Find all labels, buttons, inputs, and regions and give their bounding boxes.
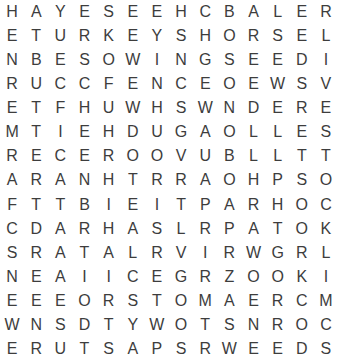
letter-cell[interactable]: E bbox=[241, 337, 265, 361]
letter-cell[interactable]: A bbox=[241, 217, 265, 241]
letter-cell[interactable]: R bbox=[0, 144, 24, 168]
letter-cell[interactable]: C bbox=[169, 72, 193, 96]
letter-cell[interactable]: I bbox=[72, 265, 96, 289]
letter-cell[interactable]: F bbox=[0, 193, 24, 217]
letter-cell[interactable]: B bbox=[217, 0, 241, 24]
letter-cell[interactable]: S bbox=[217, 48, 241, 72]
letter-cell[interactable]: W bbox=[217, 337, 241, 361]
letter-cell[interactable]: V bbox=[169, 241, 193, 265]
letter-cell[interactable]: T bbox=[24, 24, 48, 48]
letter-cell[interactable]: D bbox=[24, 217, 48, 241]
letter-cell[interactable]: R bbox=[97, 289, 121, 313]
letter-cell[interactable]: E bbox=[241, 72, 265, 96]
letter-cell[interactable]: T bbox=[24, 120, 48, 144]
letter-cell[interactable]: H bbox=[0, 0, 24, 24]
letter-cell[interactable]: I bbox=[193, 241, 217, 265]
letter-cell[interactable]: T bbox=[290, 144, 314, 168]
letter-cell[interactable]: U bbox=[48, 24, 72, 48]
letter-cell[interactable]: D bbox=[121, 120, 145, 144]
letter-cell[interactable]: A bbox=[193, 120, 217, 144]
letter-cell[interactable]: T bbox=[193, 313, 217, 337]
letter-cell[interactable]: O bbox=[217, 24, 241, 48]
letter-cell[interactable]: I bbox=[145, 48, 169, 72]
letter-cell[interactable]: S bbox=[290, 72, 314, 96]
letter-cell[interactable]: K bbox=[290, 265, 314, 289]
letter-cell[interactable]: C bbox=[0, 217, 24, 241]
letter-cell[interactable]: E bbox=[72, 144, 96, 168]
letter-cell[interactable]: H bbox=[72, 96, 96, 120]
letter-cell[interactable]: O bbox=[169, 313, 193, 337]
letter-cell[interactable]: U bbox=[48, 337, 72, 361]
letter-cell[interactable]: T bbox=[169, 193, 193, 217]
letter-cell[interactable]: N bbox=[145, 72, 169, 96]
letter-cell[interactable]: E bbox=[48, 48, 72, 72]
letter-cell[interactable]: E bbox=[290, 24, 314, 48]
letter-cell[interactable]: G bbox=[193, 48, 217, 72]
letter-cell[interactable]: S bbox=[0, 241, 24, 265]
letter-cell[interactable]: U bbox=[145, 120, 169, 144]
letter-cell[interactable]: R bbox=[290, 241, 314, 265]
letter-cell[interactable]: H bbox=[266, 193, 290, 217]
letter-cell[interactable]: W bbox=[193, 96, 217, 120]
letter-cell[interactable]: N bbox=[24, 313, 48, 337]
letter-cell[interactable]: R bbox=[169, 168, 193, 192]
letter-cell[interactable]: E bbox=[24, 289, 48, 313]
letter-cell[interactable]: D bbox=[290, 48, 314, 72]
letter-cell[interactable]: R bbox=[24, 241, 48, 265]
letter-cell[interactable]: R bbox=[193, 217, 217, 241]
letter-cell[interactable]: C bbox=[121, 265, 145, 289]
letter-cell[interactable]: N bbox=[169, 48, 193, 72]
letter-cell[interactable]: O bbox=[241, 265, 265, 289]
letter-cell[interactable]: A bbox=[241, 0, 265, 24]
letter-cell[interactable]: L bbox=[266, 144, 290, 168]
letter-cell[interactable]: B bbox=[217, 144, 241, 168]
letter-cell[interactable]: V bbox=[314, 72, 338, 96]
letter-cell[interactable]: G bbox=[169, 265, 193, 289]
letter-cell[interactable]: L bbox=[314, 24, 338, 48]
letter-cell[interactable]: S bbox=[290, 168, 314, 192]
letter-cell[interactable]: L bbox=[314, 241, 338, 265]
letter-cell[interactable]: P bbox=[193, 193, 217, 217]
letter-cell[interactable]: A bbox=[121, 217, 145, 241]
letter-cell[interactable]: O bbox=[217, 72, 241, 96]
letter-cell[interactable]: T bbox=[97, 313, 121, 337]
letter-cell[interactable]: K bbox=[97, 24, 121, 48]
letter-cell[interactable]: R bbox=[241, 24, 265, 48]
letter-cell[interactable]: O bbox=[290, 193, 314, 217]
letter-cell[interactable]: A bbox=[48, 241, 72, 265]
letter-cell[interactable]: S bbox=[48, 313, 72, 337]
letter-cell[interactable]: D bbox=[290, 337, 314, 361]
letter-cell[interactable]: L bbox=[121, 241, 145, 265]
word-search-grid: HAYESEEHCBALERETURKEYSHORSELNBESOWINGSEE… bbox=[0, 0, 338, 361]
letter-cell[interactable]: L bbox=[241, 120, 265, 144]
letter-cell[interactable]: S bbox=[169, 337, 193, 361]
letter-cell[interactable]: C bbox=[193, 0, 217, 24]
letter-cell[interactable]: P bbox=[217, 217, 241, 241]
letter-cell[interactable]: F bbox=[48, 96, 72, 120]
letter-cell[interactable]: E bbox=[145, 265, 169, 289]
letter-cell[interactable]: E bbox=[314, 96, 338, 120]
letter-cell[interactable]: M bbox=[314, 289, 338, 313]
letter-cell[interactable]: E bbox=[24, 265, 48, 289]
letter-cell[interactable]: E bbox=[0, 24, 24, 48]
letter-cell[interactable]: H bbox=[193, 24, 217, 48]
letter-cell[interactable]: E bbox=[0, 96, 24, 120]
letter-cell[interactable]: T bbox=[121, 168, 145, 192]
letter-cell[interactable]: I bbox=[314, 265, 338, 289]
letter-cell[interactable]: H bbox=[97, 120, 121, 144]
letter-cell[interactable]: S bbox=[97, 337, 121, 361]
letter-cell[interactable]: A bbox=[217, 289, 241, 313]
letter-cell[interactable]: O bbox=[169, 289, 193, 313]
letter-cell[interactable]: A bbox=[97, 241, 121, 265]
letter-cell[interactable]: E bbox=[121, 193, 145, 217]
letter-cell[interactable]: A bbox=[121, 337, 145, 361]
letter-cell[interactable]: H bbox=[97, 168, 121, 192]
letter-cell[interactable]: E bbox=[24, 144, 48, 168]
letter-cell[interactable]: A bbox=[193, 168, 217, 192]
letter-cell[interactable]: T bbox=[266, 217, 290, 241]
letter-cell[interactable]: S bbox=[72, 48, 96, 72]
letter-cell[interactable]: R bbox=[24, 168, 48, 192]
letter-cell[interactable]: R bbox=[241, 193, 265, 217]
letter-cell[interactable]: R bbox=[217, 241, 241, 265]
letter-cell[interactable]: D bbox=[72, 313, 96, 337]
letter-cell[interactable]: G bbox=[266, 241, 290, 265]
letter-cell[interactable]: O bbox=[72, 289, 96, 313]
letter-cell[interactable]: S bbox=[169, 24, 193, 48]
letter-cell[interactable]: D bbox=[241, 96, 265, 120]
letter-cell[interactable]: R bbox=[145, 168, 169, 192]
letter-cell[interactable]: T bbox=[24, 193, 48, 217]
letter-cell[interactable]: E bbox=[193, 72, 217, 96]
letter-cell[interactable]: O bbox=[266, 265, 290, 289]
letter-cell[interactable]: M bbox=[193, 289, 217, 313]
letter-cell[interactable]: R bbox=[193, 265, 217, 289]
letter-cell[interactable]: M bbox=[0, 120, 24, 144]
letter-cell[interactable]: R bbox=[97, 144, 121, 168]
letter-cell[interactable]: Y bbox=[48, 0, 72, 24]
letter-cell[interactable]: I bbox=[145, 193, 169, 217]
letter-cell[interactable]: E bbox=[241, 289, 265, 313]
letter-cell[interactable]: T bbox=[72, 337, 96, 361]
letter-cell[interactable]: E bbox=[48, 289, 72, 313]
letter-cell[interactable]: S bbox=[121, 289, 145, 313]
letter-cell[interactable]: T bbox=[314, 144, 338, 168]
letter-cell[interactable]: I bbox=[97, 265, 121, 289]
letter-cell[interactable]: O bbox=[97, 48, 121, 72]
letter-cell[interactable]: E bbox=[121, 0, 145, 24]
letter-cell[interactable]: E bbox=[266, 337, 290, 361]
letter-cell[interactable]: W bbox=[0, 313, 24, 337]
letter-cell[interactable]: G bbox=[169, 120, 193, 144]
letter-cell[interactable]: F bbox=[97, 72, 121, 96]
letter-cell[interactable]: U bbox=[24, 72, 48, 96]
letter-cell[interactable]: N bbox=[217, 96, 241, 120]
letter-cell[interactable]: W bbox=[241, 241, 265, 265]
letter-cell[interactable]: W bbox=[266, 72, 290, 96]
letter-cell[interactable]: O bbox=[314, 168, 338, 192]
letter-cell[interactable]: O bbox=[290, 217, 314, 241]
letter-cell[interactable]: C bbox=[48, 72, 72, 96]
letter-cell[interactable]: T bbox=[145, 289, 169, 313]
letter-cell[interactable]: Y bbox=[145, 24, 169, 48]
letter-cell[interactable]: E bbox=[241, 48, 265, 72]
letter-cell[interactable]: C bbox=[314, 313, 338, 337]
letter-cell[interactable]: A bbox=[48, 265, 72, 289]
letter-cell[interactable]: L bbox=[241, 144, 265, 168]
letter-cell[interactable]: S bbox=[314, 337, 338, 361]
letter-cell[interactable]: R bbox=[290, 96, 314, 120]
letter-cell[interactable]: C bbox=[290, 289, 314, 313]
letter-cell[interactable]: C bbox=[48, 144, 72, 168]
letter-cell[interactable]: E bbox=[145, 0, 169, 24]
letter-cell[interactable]: R bbox=[72, 24, 96, 48]
letter-cell[interactable]: I bbox=[48, 120, 72, 144]
word-search-puzzle: HAYESEEHCBALERETURKEYSHORSELNBESOWINGSEE… bbox=[0, 0, 338, 361]
letter-cell[interactable]: O bbox=[145, 144, 169, 168]
letter-cell[interactable]: Z bbox=[217, 265, 241, 289]
letter-cell[interactable]: S bbox=[145, 217, 169, 241]
letter-cell[interactable]: B bbox=[72, 193, 96, 217]
letter-cell[interactable]: P bbox=[266, 168, 290, 192]
letter-cell[interactable]: L bbox=[266, 0, 290, 24]
letter-cell[interactable]: R bbox=[193, 337, 217, 361]
letter-cell[interactable]: W bbox=[145, 313, 169, 337]
letter-cell[interactable]: E bbox=[72, 120, 96, 144]
letter-cell[interactable]: R bbox=[266, 289, 290, 313]
letter-cell[interactable]: P bbox=[145, 337, 169, 361]
letter-cell[interactable]: E bbox=[0, 289, 24, 313]
letter-cell[interactable]: R bbox=[266, 313, 290, 337]
letter-cell[interactable]: A bbox=[24, 0, 48, 24]
letter-cell[interactable]: R bbox=[0, 72, 24, 96]
letter-cell[interactable]: C bbox=[72, 72, 96, 96]
letter-cell[interactable]: A bbox=[48, 217, 72, 241]
letter-cell[interactable]: Y bbox=[121, 313, 145, 337]
letter-cell[interactable]: A bbox=[48, 168, 72, 192]
letter-cell[interactable]: E bbox=[290, 0, 314, 24]
letter-cell[interactable]: L bbox=[169, 217, 193, 241]
letter-cell[interactable]: O bbox=[290, 313, 314, 337]
letter-cell[interactable]: U bbox=[193, 144, 217, 168]
letter-cell[interactable]: E bbox=[121, 24, 145, 48]
letter-cell[interactable]: K bbox=[314, 217, 338, 241]
letter-cell[interactable]: H bbox=[145, 96, 169, 120]
letter-cell[interactable]: C bbox=[314, 193, 338, 217]
letter-cell[interactable]: R bbox=[24, 337, 48, 361]
letter-cell[interactable]: E bbox=[266, 48, 290, 72]
letter-cell[interactable]: H bbox=[97, 217, 121, 241]
letter-cell[interactable]: B bbox=[24, 48, 48, 72]
letter-cell[interactable]: N bbox=[241, 313, 265, 337]
letter-cell[interactable]: W bbox=[121, 96, 145, 120]
letter-cell[interactable]: V bbox=[169, 144, 193, 168]
letter-cell[interactable]: N bbox=[0, 48, 24, 72]
letter-cell[interactable]: S bbox=[314, 120, 338, 144]
letter-cell[interactable]: N bbox=[0, 265, 24, 289]
letter-cell[interactable]: H bbox=[169, 0, 193, 24]
letter-cell[interactable]: A bbox=[217, 193, 241, 217]
letter-cell[interactable]: E bbox=[266, 96, 290, 120]
letter-cell[interactable]: I bbox=[314, 48, 338, 72]
letter-cell[interactable]: E bbox=[290, 120, 314, 144]
letter-cell[interactable]: T bbox=[72, 241, 96, 265]
letter-cell[interactable]: N bbox=[72, 168, 96, 192]
letter-cell[interactable]: I bbox=[97, 193, 121, 217]
letter-cell[interactable]: R bbox=[145, 241, 169, 265]
letter-cell[interactable]: O bbox=[121, 144, 145, 168]
letter-cell[interactable]: T bbox=[24, 96, 48, 120]
letter-cell[interactable]: E bbox=[72, 0, 96, 24]
letter-cell[interactable]: S bbox=[217, 313, 241, 337]
letter-cell[interactable]: R bbox=[72, 217, 96, 241]
letter-cell[interactable]: E bbox=[121, 72, 145, 96]
letter-cell[interactable]: U bbox=[97, 96, 121, 120]
letter-cell[interactable]: L bbox=[266, 120, 290, 144]
letter-cell[interactable]: H bbox=[241, 168, 265, 192]
letter-cell[interactable]: S bbox=[97, 0, 121, 24]
letter-cell[interactable]: S bbox=[169, 96, 193, 120]
letter-cell[interactable]: W bbox=[121, 48, 145, 72]
letter-cell[interactable]: A bbox=[0, 168, 24, 192]
letter-cell[interactable]: E bbox=[0, 337, 24, 361]
letter-cell[interactable]: S bbox=[266, 24, 290, 48]
letter-cell[interactable]: O bbox=[217, 120, 241, 144]
letter-cell[interactable]: R bbox=[314, 0, 338, 24]
letter-cell[interactable]: T bbox=[48, 193, 72, 217]
letter-cell[interactable]: O bbox=[217, 168, 241, 192]
